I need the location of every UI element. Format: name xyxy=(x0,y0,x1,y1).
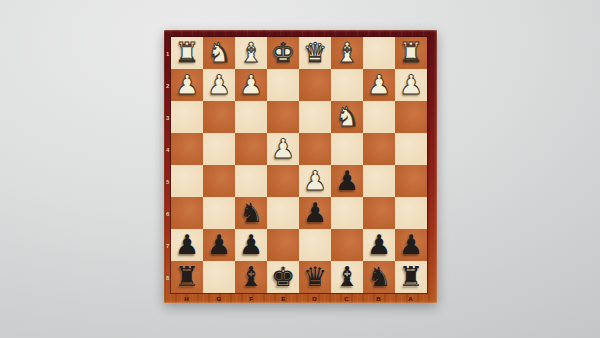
square-h3[interactable] xyxy=(171,101,203,133)
square-f2[interactable]: ♟ xyxy=(235,69,267,101)
square-b2[interactable]: ♟ xyxy=(363,69,395,101)
square-c8[interactable]: ♝ xyxy=(331,261,363,293)
rank-label-7: 7 xyxy=(164,229,171,261)
piece-black-pawn[interactable]: ♟ xyxy=(299,197,331,229)
rank-label-8: 8 xyxy=(164,261,171,293)
piece-white-pawn[interactable]: ♟ xyxy=(395,69,427,101)
file-label-text: F xyxy=(249,295,253,302)
rank-label-text: 1 xyxy=(166,50,169,57)
square-a4[interactable] xyxy=(395,133,427,165)
piece-white-pawn[interactable]: ♟ xyxy=(203,69,235,101)
square-d5[interactable]: ♟ xyxy=(299,165,331,197)
square-g6[interactable] xyxy=(203,197,235,229)
file-label-text: C xyxy=(345,295,349,302)
rank-label-3: 3 xyxy=(164,101,171,133)
piece-black-pawn[interactable]: ♟ xyxy=(203,229,235,261)
piece-white-bishop[interactable]: ♝ xyxy=(235,37,267,69)
square-d2[interactable] xyxy=(299,69,331,101)
square-c4[interactable] xyxy=(331,133,363,165)
square-g1[interactable]: ♞ xyxy=(203,37,235,69)
square-b4[interactable] xyxy=(363,133,395,165)
square-h8[interactable]: ♜ xyxy=(171,261,203,293)
file-label-d: D xyxy=(299,293,331,303)
piece-white-pawn[interactable]: ♟ xyxy=(299,165,331,197)
square-h6[interactable] xyxy=(171,197,203,229)
piece-black-pawn[interactable]: ♟ xyxy=(363,229,395,261)
square-g8[interactable] xyxy=(203,261,235,293)
square-d4[interactable] xyxy=(299,133,331,165)
square-b8[interactable]: ♞ xyxy=(363,261,395,293)
square-e4[interactable]: ♟ xyxy=(267,133,299,165)
piece-white-pawn[interactable]: ♟ xyxy=(363,69,395,101)
rank-label-5: 5 xyxy=(164,165,171,197)
rank-label-text: 2 xyxy=(166,82,169,89)
file-label-c: C xyxy=(331,293,363,303)
square-g5[interactable] xyxy=(203,165,235,197)
square-f1[interactable]: ♝ xyxy=(235,37,267,69)
square-d7[interactable] xyxy=(299,229,331,261)
piece-black-queen[interactable]: ♛ xyxy=(299,261,331,293)
file-label-text: H xyxy=(185,295,189,302)
square-g3[interactable] xyxy=(203,101,235,133)
square-h7[interactable]: ♟ xyxy=(171,229,203,261)
square-e5[interactable] xyxy=(267,165,299,197)
square-b3[interactable] xyxy=(363,101,395,133)
file-label-e: E xyxy=(267,293,299,303)
square-g4[interactable] xyxy=(203,133,235,165)
square-d8[interactable]: ♛ xyxy=(299,261,331,293)
square-e7[interactable] xyxy=(267,229,299,261)
square-a5[interactable] xyxy=(395,165,427,197)
square-a8[interactable]: ♜ xyxy=(395,261,427,293)
piece-white-queen[interactable]: ♛ xyxy=(299,37,331,69)
square-d1[interactable]: ♛ xyxy=(299,37,331,69)
square-b1[interactable] xyxy=(363,37,395,69)
rank-label-6: 6 xyxy=(164,197,171,229)
square-f8[interactable]: ♝ xyxy=(235,261,267,293)
rank-label-text: 4 xyxy=(166,146,169,153)
square-c1[interactable]: ♝ xyxy=(331,37,363,69)
rank-label-text: 6 xyxy=(166,210,169,217)
square-b5[interactable] xyxy=(363,165,395,197)
file-label-text: D xyxy=(313,295,317,302)
piece-white-pawn[interactable]: ♟ xyxy=(267,133,299,165)
square-h4[interactable] xyxy=(171,133,203,165)
piece-black-bishop[interactable]: ♝ xyxy=(331,261,363,293)
piece-black-king[interactable]: ♚ xyxy=(267,261,299,293)
square-c2[interactable] xyxy=(331,69,363,101)
piece-black-pawn[interactable]: ♟ xyxy=(331,165,363,197)
file-label-text: G xyxy=(217,295,222,302)
piece-black-knight[interactable]: ♞ xyxy=(235,197,267,229)
square-a3[interactable] xyxy=(395,101,427,133)
file-label-f: F xyxy=(235,293,267,303)
square-a2[interactable]: ♟ xyxy=(395,69,427,101)
file-label-g: G xyxy=(203,293,235,303)
square-f5[interactable] xyxy=(235,165,267,197)
file-label-text: E xyxy=(281,295,285,302)
square-h5[interactable] xyxy=(171,165,203,197)
piece-black-pawn[interactable]: ♟ xyxy=(171,229,203,261)
rank-label-1: 1 xyxy=(164,37,171,69)
square-h1[interactable]: ♜ xyxy=(171,37,203,69)
rank-label-text: 3 xyxy=(166,114,169,121)
square-f4[interactable] xyxy=(235,133,267,165)
square-g2[interactable]: ♟ xyxy=(203,69,235,101)
square-c7[interactable] xyxy=(331,229,363,261)
square-c6[interactable] xyxy=(331,197,363,229)
square-c5[interactable]: ♟ xyxy=(331,165,363,197)
square-b7[interactable]: ♟ xyxy=(363,229,395,261)
square-f6[interactable]: ♞ xyxy=(235,197,267,229)
square-e6[interactable] xyxy=(267,197,299,229)
desktop-background: { "game": "chess", "position": { "fen": … xyxy=(0,0,600,338)
file-label-text: B xyxy=(377,295,381,302)
square-a7[interactable]: ♟ xyxy=(395,229,427,261)
square-a6[interactable] xyxy=(395,197,427,229)
piece-white-knight[interactable]: ♞ xyxy=(203,37,235,69)
piece-black-rook[interactable]: ♜ xyxy=(395,261,427,293)
chess-board: ♜♞♝♚♛♝♜♟♟♟♟♟♞♟♟♟♞♟♟♟♟♟♟♜♝♚♛♝♞♜ xyxy=(171,37,427,293)
piece-white-pawn[interactable]: ♟ xyxy=(235,69,267,101)
rank-labels: 12345678 xyxy=(164,37,171,293)
rank-label-text: 8 xyxy=(166,274,169,281)
rank-label-4: 4 xyxy=(164,133,171,165)
file-label-a: A xyxy=(395,293,427,303)
rank-label-text: 7 xyxy=(166,242,169,249)
square-e1[interactable]: ♚ xyxy=(267,37,299,69)
piece-black-knight[interactable]: ♞ xyxy=(363,261,395,293)
square-g7[interactable]: ♟ xyxy=(203,229,235,261)
piece-black-bishop[interactable]: ♝ xyxy=(235,261,267,293)
piece-white-pawn[interactable]: ♟ xyxy=(171,69,203,101)
square-e2[interactable] xyxy=(267,69,299,101)
rank-label-2: 2 xyxy=(164,69,171,101)
rank-label-text: 5 xyxy=(166,178,169,185)
square-a1[interactable]: ♜ xyxy=(395,37,427,69)
piece-black-rook[interactable]: ♜ xyxy=(171,261,203,293)
file-label-b: B xyxy=(363,293,395,303)
square-f3[interactable] xyxy=(235,101,267,133)
square-b6[interactable] xyxy=(363,197,395,229)
piece-black-pawn[interactable]: ♟ xyxy=(395,229,427,261)
piece-white-king[interactable]: ♚ xyxy=(267,37,299,69)
piece-black-pawn[interactable]: ♟ xyxy=(235,229,267,261)
chess-board-frame: ♜♞♝♚♛♝♜♟♟♟♟♟♞♟♟♟♞♟♟♟♟♟♟♜♝♚♛♝♞♜ 12345678 … xyxy=(164,30,437,303)
square-d3[interactable] xyxy=(299,101,331,133)
piece-white-rook[interactable]: ♜ xyxy=(171,37,203,69)
file-labels: HGFEDCBA xyxy=(171,293,427,303)
piece-white-bishop[interactable]: ♝ xyxy=(331,37,363,69)
piece-white-knight[interactable]: ♞ xyxy=(331,101,363,133)
square-h2[interactable]: ♟ xyxy=(171,69,203,101)
piece-white-rook[interactable]: ♜ xyxy=(395,37,427,69)
square-e8[interactable]: ♚ xyxy=(267,261,299,293)
square-d6[interactable]: ♟ xyxy=(299,197,331,229)
square-e3[interactable] xyxy=(267,101,299,133)
square-f7[interactable]: ♟ xyxy=(235,229,267,261)
square-c3[interactable]: ♞ xyxy=(331,101,363,133)
file-label-text: A xyxy=(409,295,413,302)
file-label-h: H xyxy=(171,293,203,303)
